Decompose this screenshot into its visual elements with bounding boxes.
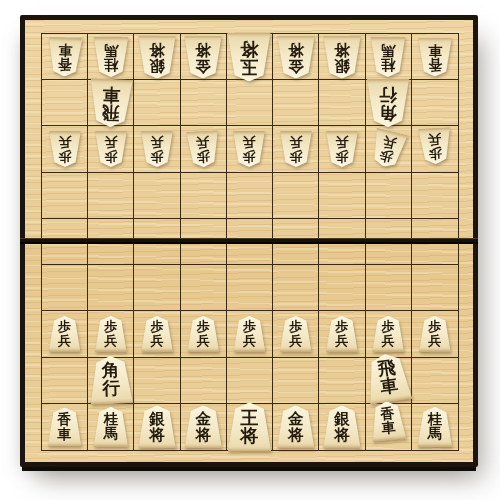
board-cell[interactable]: 歩兵 [273, 311, 319, 357]
koma-face: 銀将 [322, 35, 361, 78]
koma-face: 桂馬 [93, 37, 129, 77]
board-cell[interactable] [366, 173, 412, 219]
shogi-board: 香車桂馬銀将金将玉将金将銀将桂馬香車飛車角行歩兵歩兵歩兵歩兵歩兵歩兵歩兵歩兵歩兵… [20, 15, 478, 467]
board-cell[interactable] [412, 173, 458, 219]
piece-gote-gold[interactable]: 金将 [184, 35, 223, 78]
board-cell[interactable]: 角行 [88, 358, 134, 404]
board-cell[interactable]: 金将 [181, 404, 227, 450]
koma-face: 歩兵 [418, 316, 451, 352]
piece-sente-lance[interactable]: 香車 [47, 407, 82, 446]
kanji-glyph: 香 [57, 57, 71, 72]
piece-gote-bishop[interactable]: 角行 [366, 79, 410, 127]
board-cell[interactable]: 歩兵 [88, 311, 134, 357]
board-cell[interactable] [181, 358, 227, 404]
kanji-glyph: 兵 [289, 334, 302, 347]
kanji-glyph: 歩 [289, 149, 302, 162]
kanji-glyph: 兵 [196, 136, 210, 150]
kanji-glyph: 車 [379, 377, 399, 397]
kanji-glyph: 馬 [104, 426, 118, 441]
piece-sente-silver[interactable]: 銀将 [138, 405, 177, 448]
kanji-glyph: 将 [195, 426, 211, 442]
piece-sente-lance[interactable]: 香車 [371, 401, 406, 440]
board-cell[interactable]: 歩兵 [366, 126, 412, 172]
piece-gote-pawn[interactable]: 歩兵 [141, 131, 174, 167]
piece-sente-gold[interactable]: 金将 [276, 405, 315, 448]
board-cell[interactable]: 角行 [366, 80, 412, 126]
koma-face: 歩兵 [94, 131, 127, 167]
piece-sente-pawn[interactable]: 歩兵 [233, 316, 266, 352]
board-cell[interactable]: 歩兵 [227, 311, 273, 357]
board-cell[interactable] [134, 358, 180, 404]
kanji-glyph: 金 [195, 57, 211, 73]
kanji-glyph: 将 [149, 426, 165, 442]
board-cell[interactable] [42, 265, 88, 311]
kanji-glyph: 金 [288, 57, 304, 73]
kanji-glyph: 歩 [428, 320, 441, 333]
koma-face: 香車 [417, 37, 452, 76]
kanji-glyph: 兵 [197, 334, 210, 347]
kanji-glyph: 馬 [428, 426, 442, 441]
kanji-glyph: 王 [240, 408, 258, 426]
piece-sente-bishop[interactable]: 角行 [89, 356, 133, 404]
board-cell[interactable]: 王将 [227, 404, 273, 450]
kanji-glyph: 銀 [149, 57, 165, 73]
koma-face: 香車 [369, 400, 407, 442]
board-cell[interactable]: 銀将 [134, 404, 180, 450]
piece-gote-gold[interactable]: 金将 [276, 35, 315, 78]
kanji-glyph: 歩 [150, 320, 163, 333]
board-cell[interactable]: 桂馬 [88, 34, 134, 80]
board-cell[interactable]: 歩兵 [42, 311, 88, 357]
board-cell[interactable]: 歩兵 [181, 126, 227, 172]
koma-face: 歩兵 [368, 128, 409, 171]
piece-sente-pawn[interactable]: 歩兵 [141, 316, 174, 352]
board-cell[interactable] [319, 265, 365, 311]
kanji-glyph: 将 [288, 426, 304, 442]
board-cell[interactable]: 歩兵 [412, 311, 458, 357]
kanji-glyph: 車 [428, 43, 442, 57]
koma-face: 歩兵 [141, 131, 174, 167]
kanji-glyph: 歩 [289, 320, 302, 333]
kanji-glyph: 将 [240, 427, 258, 445]
board-cell[interactable] [42, 173, 88, 219]
piece-gote-king[interactable]: 玉将 [227, 32, 272, 81]
koma-face: 歩兵 [94, 316, 127, 352]
koma-face: 金将 [276, 35, 315, 78]
koma-face: 歩兵 [48, 131, 81, 167]
koma-face: 歩兵 [279, 316, 312, 352]
kanji-glyph: 歩 [428, 146, 442, 160]
board-cell[interactable] [42, 358, 88, 404]
kanji-glyph: 将 [149, 41, 165, 57]
piece-sente-pawn[interactable]: 歩兵 [279, 316, 312, 352]
kanji-glyph: 将 [240, 39, 258, 57]
board-cell[interactable] [273, 80, 319, 126]
kanji-glyph: 歩 [335, 320, 348, 333]
piece-gote-knight[interactable]: 桂馬 [93, 37, 129, 77]
piece-sente-pawn[interactable]: 歩兵 [187, 316, 220, 352]
piece-sente-pawn[interactable]: 歩兵 [48, 316, 81, 352]
board-cell[interactable] [319, 358, 365, 404]
kanji-glyph: 銀 [334, 410, 350, 426]
kanji-glyph: 兵 [382, 334, 395, 347]
kanji-glyph: 兵 [150, 334, 163, 347]
board-cell[interactable]: 歩兵 [273, 126, 319, 172]
koma-face: 角行 [366, 79, 410, 127]
kanji-glyph: 兵 [58, 334, 71, 347]
piece-gote-pawn[interactable]: 歩兵 [418, 128, 451, 164]
kanji-glyph: 将 [195, 41, 211, 57]
board-cell[interactable] [134, 80, 180, 126]
piece-gote-pawn[interactable]: 歩兵 [187, 131, 220, 167]
board-cell[interactable] [412, 265, 458, 311]
piece-sente-rook[interactable]: 飛車 [366, 354, 410, 402]
koma-face: 香車 [47, 407, 82, 446]
koma-face: 金将 [184, 405, 223, 448]
board-cell[interactable] [273, 358, 319, 404]
board-cell[interactable]: 歩兵 [134, 311, 180, 357]
koma-face: 角行 [88, 355, 134, 405]
piece-sente-knight[interactable]: 桂馬 [93, 407, 129, 447]
koma-face: 金将 [184, 35, 223, 78]
board-cell[interactable]: 香車 [412, 34, 458, 80]
piece-sente-pawn[interactable]: 歩兵 [418, 316, 451, 352]
board-cell[interactable]: 金将 [273, 34, 319, 80]
koma-face: 香車 [46, 37, 82, 77]
piece-gote-pawn[interactable]: 歩兵 [279, 131, 312, 167]
board-cell[interactable] [412, 80, 458, 126]
koma-face: 歩兵 [141, 316, 174, 352]
koma-face: 歩兵 [325, 316, 358, 352]
kanji-glyph: 歩 [58, 320, 71, 333]
piece-sente-gold[interactable]: 金将 [184, 405, 223, 448]
board-cell[interactable]: 金将 [181, 34, 227, 80]
board-cell[interactable]: 桂馬 [412, 404, 458, 450]
board-cell[interactable]: 銀将 [319, 404, 365, 450]
koma-face: 王将 [227, 402, 272, 451]
piece-gote-lance[interactable]: 香車 [47, 37, 82, 76]
kanji-glyph: 兵 [243, 334, 256, 347]
board-cell[interactable]: 金将 [273, 404, 319, 450]
koma-face: 金将 [276, 405, 315, 448]
koma-face: 歩兵 [233, 131, 266, 167]
board-cell[interactable]: 玉将 [227, 34, 273, 80]
piece-gote-pawn[interactable]: 歩兵 [48, 131, 81, 167]
kanji-glyph: 兵 [428, 334, 441, 347]
kanji-glyph: 兵 [335, 334, 348, 347]
piece-gote-pawn[interactable]: 歩兵 [94, 131, 127, 167]
board-cell[interactable]: 飛車 [88, 80, 134, 126]
kanji-glyph: 金 [195, 410, 211, 426]
kanji-glyph: 将 [334, 426, 350, 442]
board-cell[interactable] [181, 173, 227, 219]
piece-gote-pawn[interactable]: 歩兵 [372, 131, 405, 167]
koma-face: 歩兵 [186, 130, 221, 168]
kanji-glyph: 銀 [334, 57, 350, 73]
kanji-glyph: 金 [288, 410, 304, 426]
kanji-glyph: 桂 [104, 412, 118, 427]
kanji-glyph: 桂 [104, 57, 118, 72]
kanji-glyph: 玉 [240, 57, 258, 75]
kanji-glyph: 車 [102, 85, 120, 104]
board-cell[interactable] [366, 265, 412, 311]
kanji-glyph: 桂 [381, 57, 395, 72]
piece-sente-pawn[interactable]: 歩兵 [94, 316, 127, 352]
board-cell[interactable]: 飛車 [366, 358, 412, 404]
kanji-glyph: 飛 [101, 103, 119, 122]
kanji-glyph: 歩 [382, 320, 395, 333]
kanji-glyph: 兵 [335, 136, 348, 149]
board-cell[interactable] [88, 265, 134, 311]
piece-sente-knight[interactable]: 桂馬 [417, 407, 453, 447]
kanji-glyph: 将 [334, 41, 350, 57]
kanji-glyph: 歩 [150, 149, 163, 162]
piece-sente-king[interactable]: 王将 [227, 402, 272, 451]
koma-face: 玉将 [227, 32, 272, 81]
piece-gote-pawn[interactable]: 歩兵 [325, 131, 358, 167]
kanji-glyph: 兵 [150, 136, 163, 149]
kanji-glyph: 車 [58, 426, 72, 440]
board-cell[interactable]: 香車 [366, 404, 412, 450]
kanji-glyph: 香 [428, 57, 442, 71]
board-cell[interactable] [412, 358, 458, 404]
board-cell[interactable] [181, 265, 227, 311]
kanji-glyph: 将 [288, 41, 304, 57]
kanji-glyph: 兵 [382, 135, 398, 151]
kanji-glyph: 銀 [149, 410, 165, 426]
piece-sente-pawn[interactable]: 歩兵 [325, 316, 358, 352]
board-cell[interactable] [319, 80, 365, 126]
board-cell[interactable]: 銀将 [319, 34, 365, 80]
koma-face: 歩兵 [417, 127, 452, 165]
kanji-glyph: 歩 [197, 149, 211, 163]
koma-face: 飛車 [363, 351, 413, 405]
kanji-glyph: 歩 [335, 149, 348, 162]
board-cell[interactable]: 歩兵 [42, 126, 88, 172]
koma-face: 歩兵 [325, 131, 358, 167]
board-cell[interactable] [227, 173, 273, 219]
board-cell[interactable]: 桂馬 [366, 34, 412, 80]
board-cell[interactable]: 歩兵 [319, 311, 365, 357]
kanji-glyph: 兵 [58, 136, 71, 149]
board-cell[interactable] [273, 173, 319, 219]
piece-gote-silver[interactable]: 銀将 [322, 35, 361, 78]
kanji-glyph: 馬 [104, 43, 118, 58]
kanji-glyph: 歩 [58, 149, 71, 162]
koma-face: 桂馬 [93, 407, 129, 447]
board-cell[interactable] [134, 265, 180, 311]
board-cell[interactable] [88, 173, 134, 219]
koma-face: 歩兵 [48, 316, 81, 352]
koma-face: 歩兵 [372, 316, 405, 352]
board-cell[interactable] [273, 265, 319, 311]
kanji-glyph: 兵 [104, 334, 117, 347]
piece-gote-knight[interactable]: 桂馬 [370, 37, 406, 77]
piece-sente-pawn[interactable]: 歩兵 [372, 316, 405, 352]
kanji-glyph: 車 [381, 420, 396, 435]
board-cell[interactable]: 歩兵 [88, 126, 134, 172]
board-cell[interactable]: 歩兵 [366, 311, 412, 357]
koma-face: 桂馬 [417, 407, 453, 447]
board-cell[interactable] [227, 265, 273, 311]
board-cell[interactable]: 銀将 [134, 34, 180, 80]
koma-face: 桂馬 [370, 37, 406, 77]
kanji-glyph: 香 [58, 412, 72, 426]
kanji-glyph: 馬 [381, 43, 395, 58]
piece-gote-rook[interactable]: 飛車 [89, 79, 133, 127]
kanji-glyph: 兵 [289, 136, 302, 149]
kanji-glyph: 兵 [428, 133, 442, 147]
kanji-glyph: 歩 [197, 320, 210, 333]
board-cell[interactable] [134, 173, 180, 219]
koma-face: 銀将 [138, 35, 177, 78]
board-cell[interactable]: 歩兵 [319, 126, 365, 172]
koma-face: 飛車 [88, 78, 134, 128]
kanji-glyph: 歩 [243, 149, 256, 162]
board-cell[interactable]: 歩兵 [227, 126, 273, 172]
board-cell[interactable] [227, 80, 273, 126]
koma-face: 歩兵 [187, 316, 220, 352]
kanji-glyph: 行 [102, 380, 120, 399]
board-cell[interactable] [319, 173, 365, 219]
kanji-glyph: 歩 [104, 149, 117, 162]
board-cell[interactable]: 香車 [42, 404, 88, 450]
piece-gote-silver[interactable]: 銀将 [138, 35, 177, 78]
koma-face: 歩兵 [233, 316, 266, 352]
kanji-glyph: 行 [379, 85, 397, 103]
koma-face: 銀将 [322, 405, 361, 448]
piece-gote-pawn[interactable]: 歩兵 [233, 131, 266, 167]
kanji-glyph: 兵 [243, 136, 256, 149]
board-cell[interactable]: 歩兵 [181, 311, 227, 357]
board-cell[interactable]: 歩兵 [134, 126, 180, 172]
kanji-glyph: 桂 [428, 412, 442, 427]
kanji-glyph: 車 [58, 43, 72, 58]
kanji-glyph: 歩 [243, 320, 256, 333]
kanji-glyph: 角 [379, 103, 397, 121]
koma-face: 歩兵 [279, 131, 312, 167]
kanji-glyph: 兵 [104, 136, 117, 149]
board-cell[interactable] [227, 358, 273, 404]
board-cell[interactable]: 歩兵 [412, 126, 458, 172]
board-cell[interactable] [181, 80, 227, 126]
piece-gote-lance[interactable]: 香車 [417, 37, 452, 76]
board-cell[interactable]: 桂馬 [88, 404, 134, 450]
product-photo: 香車桂馬銀将金将玉将金将銀将桂馬香車飛車角行歩兵歩兵歩兵歩兵歩兵歩兵歩兵歩兵歩兵… [0, 0, 500, 500]
board-cell[interactable]: 香車 [42, 34, 88, 80]
kanji-glyph: 歩 [104, 320, 117, 333]
piece-sente-silver[interactable]: 銀将 [322, 405, 361, 448]
koma-face: 銀将 [138, 405, 177, 448]
board-cell[interactable] [42, 80, 88, 126]
fold-hinge-line [20, 238, 478, 244]
